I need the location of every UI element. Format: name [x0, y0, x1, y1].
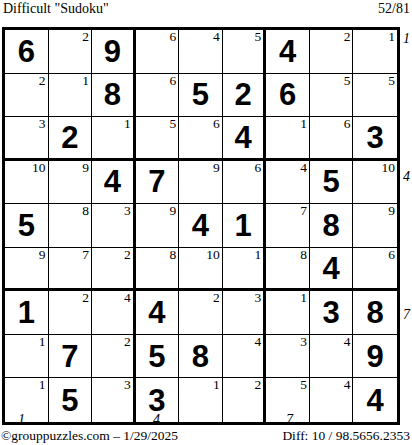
cell-r3c1[interactable]: 3: [5, 117, 49, 161]
corner-mark: 9: [39, 248, 46, 262]
cell-r7c8[interactable]: 3: [310, 291, 354, 335]
cell-r1c3[interactable]: 9: [92, 30, 136, 74]
placed-digit: 8: [179, 335, 222, 378]
cell-r4c3[interactable]: 4: [92, 161, 136, 205]
corner-mark: 9: [82, 161, 89, 175]
cell-r6c5[interactable]: 10: [179, 248, 223, 292]
placed-digit: 4: [136, 291, 179, 334]
placed-digit: 4: [223, 117, 264, 158]
cell-r6c7[interactable]: 8: [266, 248, 310, 292]
cell-r2c6[interactable]: 2: [223, 74, 267, 118]
cell-r8c4[interactable]: 5: [136, 335, 180, 379]
corner-mark: 10: [382, 161, 396, 175]
corner-mark: 3: [124, 378, 131, 392]
placed-digit: 6: [266, 74, 309, 117]
corner-mark: 2: [82, 291, 89, 305]
corner-mark: 8: [82, 204, 89, 218]
cell-r7c4[interactable]: 4: [136, 291, 180, 335]
cell-r9c1[interactable]: 1: [5, 378, 49, 422]
cell-r3c3[interactable]: 1: [92, 117, 136, 161]
corner-mark: 1: [124, 117, 131, 131]
cell-r8c1[interactable]: 1: [5, 335, 49, 379]
cell-r5c7[interactable]: 7: [266, 204, 310, 248]
cell-r3c5[interactable]: 6: [179, 117, 223, 161]
row-label-1: 1: [403, 31, 410, 47]
cell-r1c8[interactable]: 2: [310, 30, 354, 74]
cell-r2c5[interactable]: 5: [179, 74, 223, 118]
cell-r9c9[interactable]: 4: [353, 378, 397, 422]
placed-digit: 8: [353, 291, 397, 334]
sudoku-page: Difficult "Sudoku" 52/81 629645421218652…: [0, 0, 412, 445]
corner-mark: 4: [344, 378, 351, 392]
corner-mark: 10: [206, 248, 220, 262]
placed-digit: 5: [136, 335, 179, 378]
cell-r7c7[interactable]: 1: [266, 291, 310, 335]
cell-r2c3[interactable]: 8: [92, 74, 136, 118]
corner-mark: 2: [213, 291, 220, 305]
cell-r8c9[interactable]: 9: [353, 335, 397, 379]
cell-r9c6[interactable]: 2: [223, 378, 267, 422]
cell-r1c7[interactable]: 4: [266, 30, 310, 74]
cell-r6c1[interactable]: 9: [5, 248, 49, 292]
cell-r3c9[interactable]: 3: [353, 117, 397, 161]
placed-digit: 2: [49, 117, 92, 158]
corner-mark: 1: [300, 291, 307, 305]
cell-r4c8[interactable]: 5: [310, 161, 354, 205]
placed-digit: 4: [266, 30, 309, 73]
cell-r5c4[interactable]: 9: [136, 204, 180, 248]
corner-mark: 1: [213, 378, 220, 392]
cell-r1c4[interactable]: 6: [136, 30, 180, 74]
corner-mark: 2: [255, 378, 262, 392]
placed-digit: 5: [179, 74, 222, 117]
corner-mark: 2: [124, 248, 131, 262]
cell-r4c5[interactable]: 9: [179, 161, 223, 205]
cells-remaining-counter: 52/81: [378, 1, 410, 17]
corner-mark: 6: [388, 248, 395, 262]
cell-r5c1[interactable]: 5: [5, 204, 49, 248]
corner-mark: 9: [213, 161, 220, 175]
placed-digit: 3: [310, 291, 353, 334]
corner-mark: 2: [124, 335, 131, 349]
row-label-4: 4: [403, 169, 410, 185]
corner-mark: 5: [300, 378, 307, 392]
corner-mark: 3: [124, 204, 131, 218]
corner-mark: 3: [39, 117, 46, 131]
cell-r9c3[interactable]: 3: [92, 378, 136, 422]
corner-mark: 2: [39, 74, 46, 88]
cell-r3c8[interactable]: 6: [310, 117, 354, 161]
cell-r4c1[interactable]: 10: [5, 161, 49, 205]
cell-r3c2[interactable]: 2: [49, 117, 93, 161]
copyright-date: ©grouppuzzles.com – 1/29/2025: [1, 428, 178, 444]
cell-r7c2[interactable]: 2: [49, 291, 93, 335]
cell-r9c8[interactable]: 4: [310, 378, 354, 422]
corner-mark: 1: [388, 30, 395, 44]
corner-mark: 10: [32, 161, 46, 175]
placed-digit: 9: [353, 335, 397, 378]
cell-r6c6[interactable]: 1: [223, 248, 267, 292]
corner-mark: 6: [169, 74, 176, 88]
placed-digit: 2: [223, 74, 264, 117]
placed-digit: 1: [223, 204, 264, 247]
corner-mark: 1: [300, 117, 307, 131]
corner-mark: 3: [300, 335, 307, 349]
corner-mark: 5: [388, 74, 395, 88]
cell-r1c6[interactable]: 5: [223, 30, 267, 74]
cell-r4c4[interactable]: 7: [136, 161, 180, 205]
corner-mark: 9: [388, 204, 395, 218]
corner-mark: 5: [344, 74, 351, 88]
sudoku-board: 6296454212186526553215641631094796451058…: [2, 27, 400, 425]
placed-digit: 4: [179, 204, 222, 247]
cell-r7c5[interactable]: 2: [179, 291, 223, 335]
cell-r7c9[interactable]: 8: [353, 291, 397, 335]
page-title: Difficult "Sudoku": [3, 1, 109, 17]
cell-r3c4[interactable]: 5: [136, 117, 180, 161]
corner-mark: 4: [300, 161, 307, 175]
placed-digit: 8: [92, 74, 133, 117]
corner-mark: 1: [82, 74, 89, 88]
cell-r5c2[interactable]: 8: [49, 204, 93, 248]
cell-r2c2[interactable]: 1: [49, 74, 93, 118]
cell-r6c9[interactable]: 6: [353, 248, 397, 292]
cell-r8c7[interactable]: 3: [266, 335, 310, 379]
cell-r5c9[interactable]: 9: [353, 204, 397, 248]
placed-digit: 4: [310, 248, 353, 289]
corner-mark: 7: [82, 248, 89, 262]
cell-r9c5[interactable]: 1: [179, 378, 223, 422]
corner-mark: 9: [169, 204, 176, 218]
corner-mark: 2: [82, 30, 89, 44]
corner-mark: 4: [344, 335, 351, 349]
cell-r7c3[interactable]: 4: [92, 291, 136, 335]
cell-r8c2[interactable]: 7: [49, 335, 93, 379]
placed-digit: 7: [136, 161, 179, 204]
placed-digit: 1: [5, 291, 48, 334]
cell-r4c2[interactable]: 9: [49, 161, 93, 205]
placed-digit: 5: [49, 378, 92, 422]
cell-r5c8[interactable]: 8: [310, 204, 354, 248]
col-label-1: 1: [18, 412, 25, 428]
cell-r8c3[interactable]: 2: [92, 335, 136, 379]
corner-mark: 6: [255, 161, 262, 175]
cell-r6c4[interactable]: 8: [136, 248, 180, 292]
cell-r1c9[interactable]: 1: [353, 30, 397, 74]
cell-r4c7[interactable]: 4: [266, 161, 310, 205]
cell-r6c3[interactable]: 2: [92, 248, 136, 292]
placed-digit: 8: [310, 204, 353, 247]
corner-mark: 4: [213, 30, 220, 44]
placed-digit: 9: [92, 30, 133, 73]
cell-r7c1[interactable]: 1: [5, 291, 49, 335]
corner-mark: 4: [255, 335, 262, 349]
cell-r6c8[interactable]: 4: [310, 248, 354, 292]
cell-r6c2[interactable]: 7: [49, 248, 93, 292]
placed-digit: 5: [5, 204, 48, 247]
cell-r3c6[interactable]: 4: [223, 117, 267, 161]
corner-mark: 5: [255, 30, 262, 44]
cell-r2c1[interactable]: 2: [5, 74, 49, 118]
cell-r4c9[interactable]: 10: [353, 161, 397, 205]
corner-mark: 8: [169, 248, 176, 262]
cell-r1c1[interactable]: 6: [5, 30, 49, 74]
placed-digit: 7: [49, 335, 92, 378]
col-label-7: 7: [286, 412, 293, 428]
cell-r2c8[interactable]: 5: [310, 74, 354, 118]
col-label-4: 4: [153, 412, 160, 428]
cell-r5c3[interactable]: 3: [92, 204, 136, 248]
placed-digit: 6: [5, 30, 48, 73]
placed-digit: 4: [353, 378, 397, 422]
cell-r7c6[interactable]: 3: [223, 291, 267, 335]
placed-digit: 5: [310, 161, 353, 204]
corner-mark: 1: [255, 248, 262, 262]
cell-r8c5[interactable]: 8: [179, 335, 223, 379]
corner-mark: 6: [344, 117, 351, 131]
row-label-7: 7: [403, 307, 410, 323]
corner-mark: 8: [300, 248, 307, 262]
corner-mark: 7: [300, 204, 307, 218]
cell-r1c5[interactable]: 4: [179, 30, 223, 74]
corner-mark: 4: [124, 291, 131, 305]
cell-r2c4[interactable]: 6: [136, 74, 180, 118]
difficulty-info: Diff: 10 / 98.5656.2353: [282, 428, 410, 444]
corner-mark: 5: [169, 117, 176, 131]
corner-mark: 6: [213, 117, 220, 131]
placed-digit: 3: [353, 117, 397, 158]
cell-r8c6[interactable]: 4: [223, 335, 267, 379]
cell-r9c2[interactable]: 5: [49, 378, 93, 422]
cell-r2c9[interactable]: 5: [353, 74, 397, 118]
corner-mark: 1: [39, 335, 46, 349]
cell-r3c7[interactable]: 1: [266, 117, 310, 161]
corner-mark: 3: [255, 291, 262, 305]
corner-mark: 2: [344, 30, 351, 44]
corner-mark: 1: [39, 378, 46, 392]
cell-r5c6[interactable]: 1: [223, 204, 267, 248]
corner-mark: 6: [169, 30, 176, 44]
cell-r1c2[interactable]: 2: [49, 30, 93, 74]
placed-digit: 4: [92, 161, 133, 204]
cell-r5c5[interactable]: 4: [179, 204, 223, 248]
cell-r8c8[interactable]: 4: [310, 335, 354, 379]
cell-r2c7[interactable]: 6: [266, 74, 310, 118]
cell-r4c6[interactable]: 6: [223, 161, 267, 205]
